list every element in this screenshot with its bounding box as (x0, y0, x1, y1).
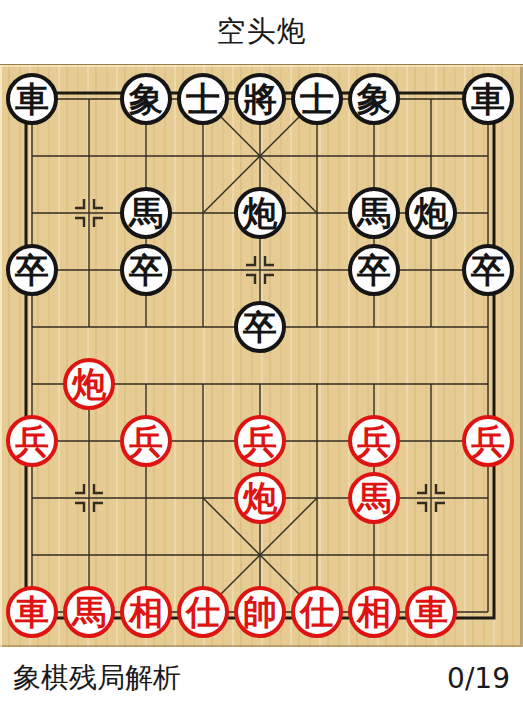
piece-red-soldier[interactable]: 兵 (462, 415, 514, 467)
piece-red-cannon[interactable]: 炮 (63, 358, 115, 410)
piece-black-soldier[interactable]: 卒 (6, 244, 58, 296)
piece-black-elephant[interactable]: 象 (120, 73, 172, 125)
board-grid (0, 65, 523, 648)
piece-black-horse[interactable]: 馬 (348, 187, 400, 239)
piece-black-soldier[interactable]: 卒 (120, 244, 172, 296)
piece-black-advisor[interactable]: 士 (177, 73, 229, 125)
piece-red-horse[interactable]: 馬 (348, 472, 400, 524)
piece-red-advisor[interactable]: 仕 (291, 586, 343, 638)
piece-red-advisor[interactable]: 仕 (177, 586, 229, 638)
piece-black-horse[interactable]: 馬 (120, 187, 172, 239)
piece-black-soldier[interactable]: 卒 (462, 244, 514, 296)
piece-black-rook[interactable]: 車 (462, 73, 514, 125)
piece-black-general[interactable]: 將 (234, 73, 286, 125)
piece-red-elephant[interactable]: 相 (120, 586, 172, 638)
piece-black-cannon[interactable]: 炮 (405, 187, 457, 239)
piece-black-soldier[interactable]: 卒 (234, 301, 286, 353)
puzzle-title: 空头炮 (0, 0, 523, 64)
xiangqi-board[interactable]: 車象士將士象車馬炮馬炮卒卒卒卒卒炮兵兵兵兵兵炮馬車馬相仕帥仕相車 (0, 64, 523, 650)
progress-counter: 0/19 (447, 662, 510, 695)
piece-black-elephant[interactable]: 象 (348, 73, 400, 125)
piece-red-soldier[interactable]: 兵 (234, 415, 286, 467)
app-window: 空头炮 車象士將士象車馬炮馬炮卒卒卒卒卒炮兵兵兵兵兵炮馬車馬相仕帥仕相車 象棋残… (0, 0, 523, 709)
status-bar: 象棋残局解析 0/19 (0, 647, 523, 709)
piece-black-advisor[interactable]: 士 (291, 73, 343, 125)
piece-black-cannon[interactable]: 炮 (234, 187, 286, 239)
piece-red-rook[interactable]: 車 (6, 586, 58, 638)
piece-black-rook[interactable]: 車 (6, 73, 58, 125)
piece-black-soldier[interactable]: 卒 (348, 244, 400, 296)
piece-red-cannon[interactable]: 炮 (234, 472, 286, 524)
piece-red-soldier[interactable]: 兵 (6, 415, 58, 467)
piece-red-soldier[interactable]: 兵 (348, 415, 400, 467)
app-name-label: 象棋残局解析 (13, 659, 181, 697)
piece-red-general[interactable]: 帥 (234, 586, 286, 638)
piece-red-soldier[interactable]: 兵 (120, 415, 172, 467)
piece-red-elephant[interactable]: 相 (348, 586, 400, 638)
piece-red-rook[interactable]: 車 (405, 586, 457, 638)
piece-red-horse[interactable]: 馬 (63, 586, 115, 638)
